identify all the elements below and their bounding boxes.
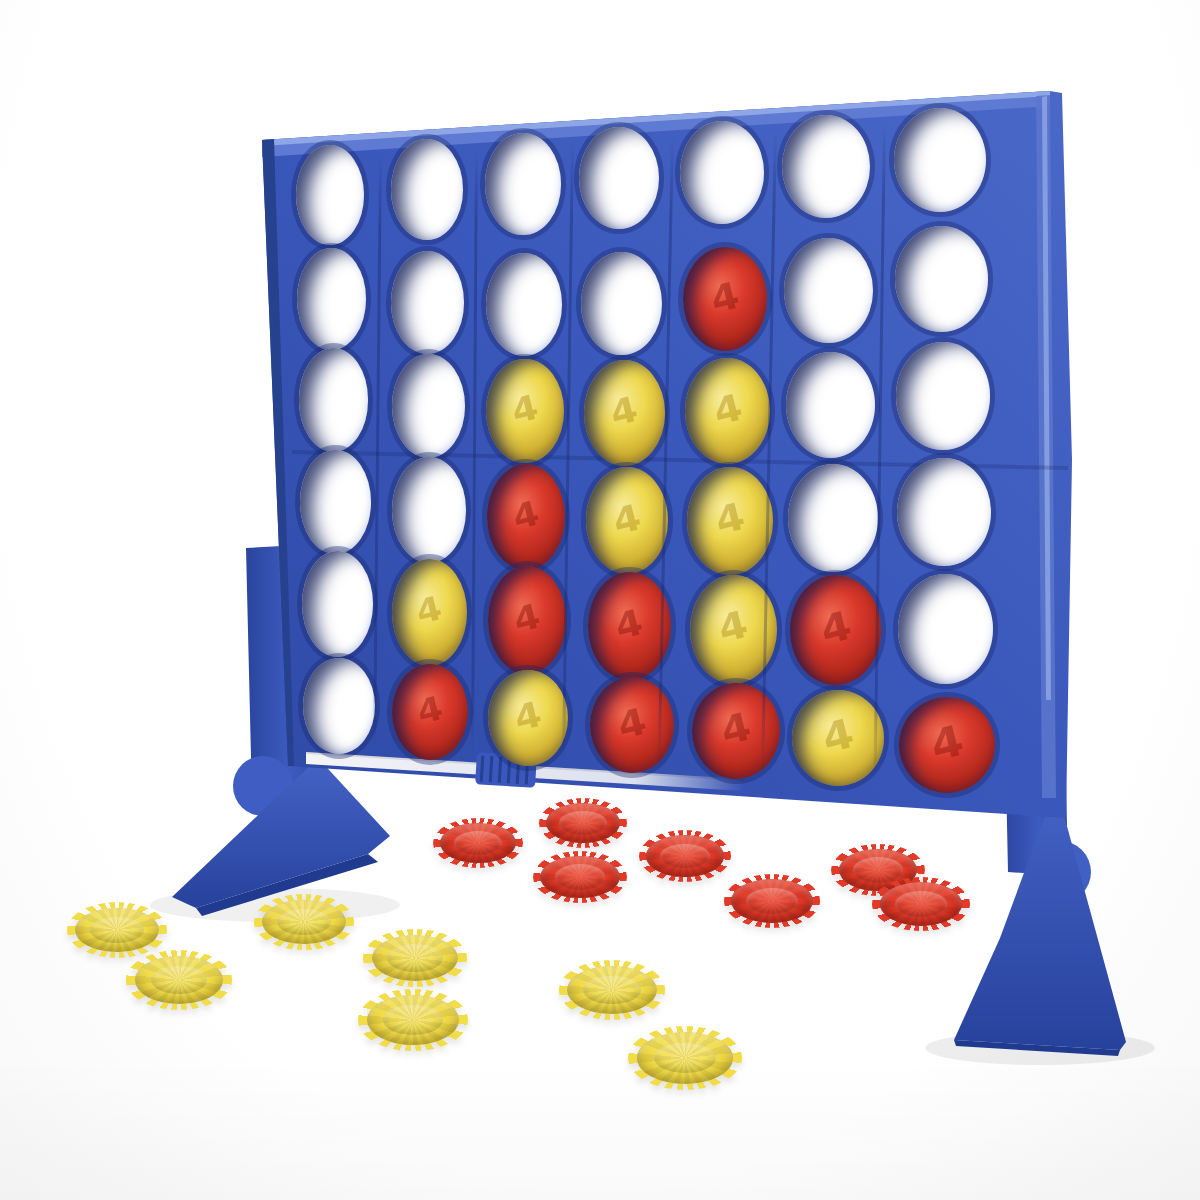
cell-r3c2[interactable] [392, 354, 465, 458]
cell-r1c3[interactable] [485, 133, 561, 234]
cell-r2c7[interactable] [895, 226, 988, 332]
loose-disc-yellow-12[interactable] [559, 960, 666, 1020]
embossed-4-mark: 4 [926, 719, 967, 768]
cell-r1c2[interactable] [391, 139, 463, 240]
embossed-4-mark: 4 [712, 498, 749, 542]
disc-body [567, 966, 657, 1014]
cell-r1c7[interactable] [894, 108, 986, 212]
embossed-4-mark: 4 [511, 696, 545, 736]
cell-r5c1[interactable] [302, 551, 373, 657]
embossed-4-mark: 4 [816, 605, 855, 651]
disc-body [75, 908, 159, 953]
cell-r5c3[interactable]: 4 [488, 566, 567, 674]
cell-r6c1[interactable] [303, 658, 375, 754]
embossed-4-mark: 4 [510, 599, 543, 638]
embossed-4-mark: 4 [609, 498, 644, 539]
cell-r5c2[interactable]: 4 [392, 559, 467, 666]
cell-r3c3[interactable]: 4 [486, 359, 563, 463]
disc-body [731, 879, 812, 922]
cell-r3c1[interactable] [299, 348, 369, 451]
cell-r4c4[interactable]: 4 [586, 467, 668, 574]
cell-r5c6[interactable]: 4 [790, 575, 881, 685]
cell-r2c3[interactable] [486, 253, 562, 356]
embossed-4-mark: 4 [715, 606, 752, 650]
disc-body [372, 935, 459, 981]
embossed-4-mark: 4 [607, 391, 641, 431]
loose-disc-red-5[interactable] [533, 851, 627, 904]
cell-r4c7[interactable] [897, 458, 991, 567]
disc-body [367, 995, 459, 1044]
cell-r2c2[interactable] [391, 251, 464, 353]
cell-r3c6[interactable] [786, 352, 875, 458]
loose-disc-red-3[interactable] [639, 830, 731, 881]
loose-disc-yellow-13[interactable] [358, 989, 468, 1051]
photo-stage: 444444444444444444 [0, 0, 1200, 1200]
embossed-4-mark: 4 [413, 592, 445, 630]
embossed-4-mark: 4 [414, 691, 446, 729]
embossed-4-mark: 4 [710, 388, 746, 430]
loose-disc-red-1[interactable] [539, 798, 627, 847]
embossed-4-mark: 4 [707, 276, 743, 318]
embossed-4-mark: 4 [818, 713, 858, 760]
embossed-4-mark: 4 [717, 707, 755, 752]
loose-disc-red-7[interactable] [872, 877, 969, 931]
cell-r5c4[interactable]: 4 [588, 572, 671, 680]
cell-r4c6[interactable] [788, 464, 878, 572]
disc-body [135, 956, 224, 1003]
cell-r1c1[interactable] [296, 145, 364, 245]
cell-r2c6[interactable] [784, 238, 872, 343]
loose-disc-yellow-10[interactable] [363, 929, 466, 987]
loose-disc-red-2[interactable] [433, 818, 524, 869]
cell-r1c6[interactable] [782, 115, 870, 218]
embossed-4-mark: 4 [508, 390, 541, 429]
loose-disc-yellow-11[interactable] [126, 950, 232, 1009]
embossed-4-mark: 4 [509, 496, 542, 535]
cell-r6c6[interactable]: 4 [792, 690, 884, 786]
cell-r4c2[interactable] [392, 457, 466, 562]
cell-r1c4[interactable] [579, 127, 658, 229]
disc-body [440, 823, 516, 864]
loose-disc-red-6[interactable] [724, 874, 821, 928]
disc-body [262, 900, 345, 944]
cell-r3c5[interactable]: 4 [685, 358, 770, 464]
cell-r3c7[interactable] [896, 342, 990, 449]
disc-body [546, 803, 620, 843]
cell-r4c3[interactable]: 4 [487, 464, 565, 570]
disc-body [880, 882, 962, 926]
loose-disc-yellow-8[interactable] [254, 894, 353, 950]
cell-r6c2[interactable]: 4 [392, 664, 468, 760]
cell-r2c4[interactable] [581, 252, 661, 356]
cell-r6c5[interactable]: 4 [692, 683, 780, 779]
embossed-4-mark: 4 [614, 702, 650, 744]
cell-r4c5[interactable]: 4 [687, 467, 773, 574]
cell-r1c5[interactable] [680, 121, 763, 224]
cell-r5c7[interactable] [898, 574, 993, 684]
embossed-4-mark: 4 [612, 604, 647, 645]
disc-body [540, 856, 619, 898]
cell-r4c1[interactable] [300, 450, 370, 555]
cell-r3c4[interactable]: 4 [584, 360, 665, 465]
cell-r2c5[interactable]: 4 [683, 247, 767, 351]
cell-r2c1[interactable] [297, 248, 366, 350]
disc-body [637, 1032, 733, 1083]
cell-r6c3[interactable]: 4 [488, 670, 567, 766]
cell-r6c7[interactable]: 4 [899, 697, 995, 793]
disc-body [646, 835, 723, 876]
loose-disc-yellow-14[interactable] [628, 1026, 742, 1090]
